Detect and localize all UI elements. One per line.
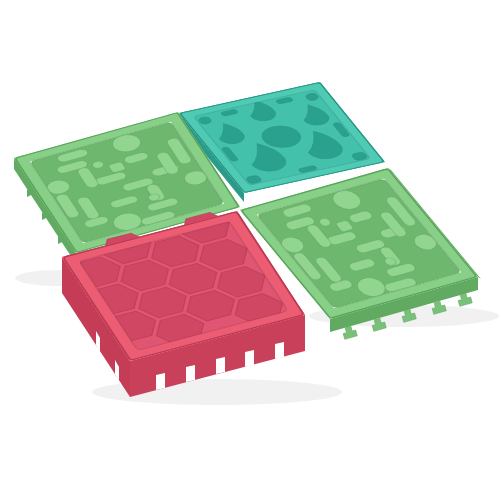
product-photo (0, 0, 500, 500)
feeding-trays-illustration (0, 0, 500, 500)
